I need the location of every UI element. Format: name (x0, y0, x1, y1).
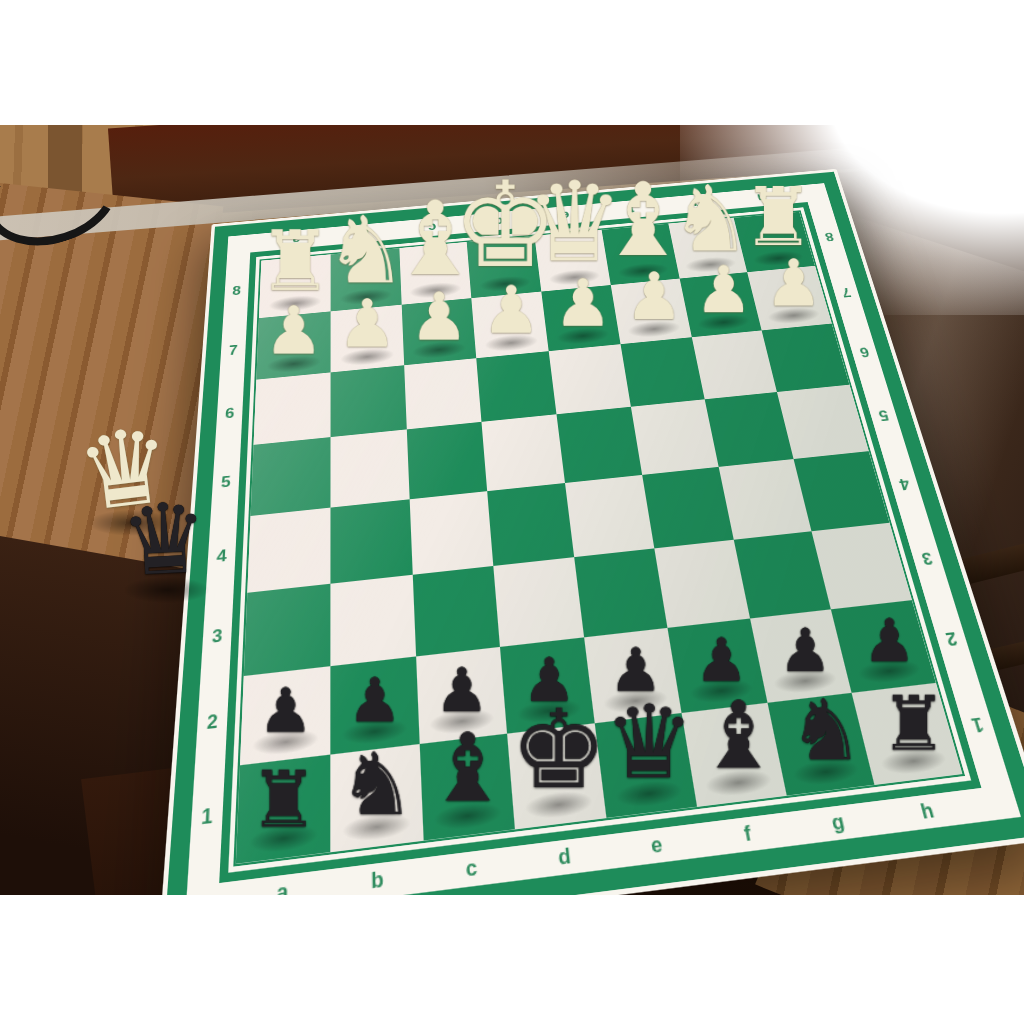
piece-white-pawn-g7[interactable]: ♟ (695, 257, 753, 322)
piece-black-rook-a1[interactable]: ♜ (249, 761, 318, 838)
photo-area: 87654321 87654321 abcdefgh abcdefgh ♜♞♝♚… (0, 125, 1024, 895)
piece-black-bishop-f1[interactable]: ♝ (697, 690, 780, 783)
board-scene: 87654321 87654321 abcdefgh abcdefgh ♜♞♝♚… (195, 125, 935, 853)
piece-white-pawn-e7[interactable]: ♟ (553, 270, 612, 335)
piece-white-pawn-d7[interactable]: ♟ (482, 277, 541, 343)
piece-black-knight-b1[interactable]: ♞ (338, 741, 415, 827)
product-photo: 87654321 87654321 abcdefgh abcdefgh ♜♞♝♚… (0, 0, 1024, 1024)
piece-white-pawn-c7[interactable]: ♟ (410, 284, 469, 350)
piece-black-bishop-c1[interactable]: ♝ (426, 722, 510, 816)
piece-black-queen-e1[interactable]: ♛ (604, 692, 695, 793)
pieces-layer: ♜♞♝♚♛♝♞♜♟♟♟♟♟♟♟♟♟♟♟♟♟♟♟♟♜♞♝♚♛♝♞♜ (158, 169, 1024, 895)
chess-mat: 87654321 87654321 abcdefgh abcdefgh ♜♞♝♚… (158, 169, 1024, 895)
piece-white-knight-b8[interactable]: ♞ (324, 204, 407, 297)
piece-black-pawn-g2[interactable]: ♟ (779, 622, 833, 682)
piece-black-rook-h1[interactable]: ♜ (880, 687, 947, 762)
piece-white-pawn-f7[interactable]: ♟ (624, 264, 682, 329)
piece-black-pawn-h2[interactable]: ♟ (863, 612, 916, 671)
spare-black-queen[interactable]: ♛ (118, 489, 210, 590)
piece-black-pawn-b2[interactable]: ♟ (347, 671, 402, 732)
piece-black-pawn-a2[interactable]: ♟ (258, 681, 313, 742)
board-tilt: 87654321 87654321 abcdefgh abcdefgh ♜♞♝♚… (158, 169, 1024, 895)
piece-black-knight-g1[interactable]: ♞ (789, 688, 864, 772)
piece-white-pawn-a7[interactable]: ♟ (264, 297, 324, 364)
piece-black-king-d1[interactable]: ♚ (510, 696, 608, 805)
piece-white-pawn-b7[interactable]: ♟ (337, 290, 396, 356)
piece-white-pawn-h7[interactable]: ♟ (765, 251, 823, 316)
